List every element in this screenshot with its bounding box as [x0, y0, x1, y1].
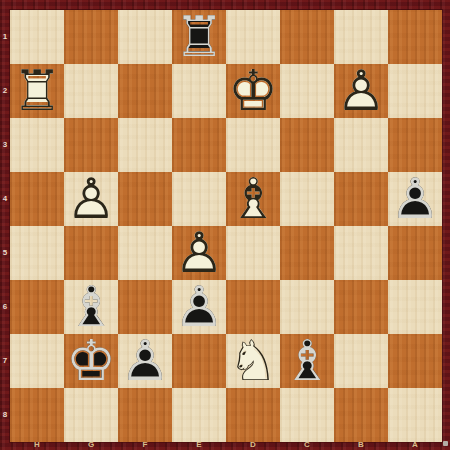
square-b3[interactable]: [334, 118, 388, 172]
square-b2[interactable]: ♟♙: [334, 64, 388, 118]
square-d2[interactable]: ♚♔: [226, 64, 280, 118]
square-g2[interactable]: [64, 64, 118, 118]
pawn-glyph-fill: ♟: [64, 172, 118, 226]
pawn-glyph-outline: ♙: [172, 226, 226, 280]
rook-glyph-outline: ♖: [172, 10, 226, 64]
square-e6[interactable]: ♟♙: [172, 280, 226, 334]
black-king-g7[interactable]: ♚♔: [64, 334, 118, 388]
square-g4[interactable]: ♟♙: [64, 172, 118, 226]
square-b4[interactable]: [334, 172, 388, 226]
square-h8[interactable]: [10, 388, 64, 442]
square-a5[interactable]: [388, 226, 442, 280]
square-e8[interactable]: [172, 388, 226, 442]
white-pawn-e5[interactable]: ♟♙: [172, 226, 226, 280]
square-a1[interactable]: [388, 10, 442, 64]
square-a8[interactable]: [388, 388, 442, 442]
file-label-d: D: [226, 441, 280, 450]
pawn-glyph-fill: ♟: [172, 280, 226, 334]
rank-label-4: 4: [0, 172, 10, 226]
file-label-c: C: [280, 441, 334, 450]
square-a6[interactable]: [388, 280, 442, 334]
white-bishop-d4[interactable]: ♝♗: [226, 172, 280, 226]
rook-glyph-fill: ♜: [172, 10, 226, 64]
square-b5[interactable]: [334, 226, 388, 280]
square-c2[interactable]: [280, 64, 334, 118]
square-f4[interactable]: [118, 172, 172, 226]
square-f1[interactable]: [118, 10, 172, 64]
square-f2[interactable]: [118, 64, 172, 118]
pawn-glyph-outline: ♙: [334, 64, 388, 118]
square-g5[interactable]: [64, 226, 118, 280]
square-h3[interactable]: [10, 118, 64, 172]
white-king-d2[interactable]: ♚♔: [226, 64, 280, 118]
square-b8[interactable]: [334, 388, 388, 442]
square-e1[interactable]: ♜♖: [172, 10, 226, 64]
rank-label-7: 7: [0, 334, 10, 388]
rank-label-3: 3: [0, 118, 10, 172]
file-label-e: E: [172, 441, 226, 450]
square-f5[interactable]: [118, 226, 172, 280]
square-g6[interactable]: ♝♗: [64, 280, 118, 334]
square-d1[interactable]: [226, 10, 280, 64]
rank-label-8: 8: [0, 388, 10, 442]
pawn-glyph-fill: ♟: [334, 64, 388, 118]
pawn-glyph-outline: ♙: [118, 334, 172, 388]
square-g8[interactable]: [64, 388, 118, 442]
king-glyph-outline: ♔: [226, 64, 280, 118]
square-h6[interactable]: [10, 280, 64, 334]
square-e4[interactable]: [172, 172, 226, 226]
square-f3[interactable]: [118, 118, 172, 172]
square-d6[interactable]: [226, 280, 280, 334]
square-f6[interactable]: [118, 280, 172, 334]
black-pawn-f7[interactable]: ♟♙: [118, 334, 172, 388]
bishop-glyph-fill: ♝: [64, 280, 118, 334]
corner-dot: [443, 441, 448, 446]
square-g3[interactable]: [64, 118, 118, 172]
square-b1[interactable]: [334, 10, 388, 64]
chess-board-frame: ♜♖♜♖♚♔♟♙♟♙♝♗♟♙♟♙♝♗♟♙♚♔♟♙♞♘♝♗ 12345678HGF…: [0, 0, 450, 450]
square-h2[interactable]: ♜♖: [10, 64, 64, 118]
bishop-glyph-fill: ♝: [280, 334, 334, 388]
bishop-glyph-outline: ♗: [226, 172, 280, 226]
square-f8[interactable]: [118, 388, 172, 442]
pawn-glyph-outline: ♙: [172, 280, 226, 334]
square-a3[interactable]: [388, 118, 442, 172]
square-a4[interactable]: ♟♙: [388, 172, 442, 226]
square-h7[interactable]: [10, 334, 64, 388]
square-d5[interactable]: [226, 226, 280, 280]
rook-glyph-outline: ♖: [10, 64, 64, 118]
square-h4[interactable]: [10, 172, 64, 226]
square-c7[interactable]: ♝♗: [280, 334, 334, 388]
rank-label-6: 6: [0, 280, 10, 334]
square-f7[interactable]: ♟♙: [118, 334, 172, 388]
square-e5[interactable]: ♟♙: [172, 226, 226, 280]
pawn-glyph-fill: ♟: [118, 334, 172, 388]
knight-glyph-outline: ♘: [226, 334, 280, 388]
bishop-glyph-fill: ♝: [226, 172, 280, 226]
pawn-glyph-outline: ♙: [64, 172, 118, 226]
square-c1[interactable]: [280, 10, 334, 64]
rank-label-5: 5: [0, 226, 10, 280]
rank-label-2: 2: [0, 64, 10, 118]
king-glyph-fill: ♚: [226, 64, 280, 118]
chess-board: ♜♖♜♖♚♔♟♙♟♙♝♗♟♙♟♙♝♗♟♙♚♔♟♙♞♘♝♗: [10, 10, 442, 442]
pawn-glyph-outline: ♙: [388, 172, 442, 226]
bishop-glyph-outline: ♗: [280, 334, 334, 388]
square-b6[interactable]: [334, 280, 388, 334]
white-knight-d7[interactable]: ♞♘: [226, 334, 280, 388]
square-d8[interactable]: [226, 388, 280, 442]
square-g1[interactable]: [64, 10, 118, 64]
square-h5[interactable]: [10, 226, 64, 280]
rank-label-1: 1: [0, 10, 10, 64]
black-pawn-e6[interactable]: ♟♙: [172, 280, 226, 334]
white-pawn-b2[interactable]: ♟♙: [334, 64, 388, 118]
bishop-glyph-outline: ♗: [64, 280, 118, 334]
king-glyph-fill: ♚: [64, 334, 118, 388]
square-c3[interactable]: [280, 118, 334, 172]
square-e3[interactable]: [172, 118, 226, 172]
file-label-f: F: [118, 441, 172, 450]
knight-glyph-fill: ♞: [226, 334, 280, 388]
square-c6[interactable]: [280, 280, 334, 334]
square-c5[interactable]: [280, 226, 334, 280]
file-label-a: A: [388, 441, 442, 450]
square-c8[interactable]: [280, 388, 334, 442]
square-b7[interactable]: [334, 334, 388, 388]
black-bishop-c7[interactable]: ♝♗: [280, 334, 334, 388]
square-d4[interactable]: ♝♗: [226, 172, 280, 226]
white-rook-h2[interactable]: ♜♖: [10, 64, 64, 118]
square-d3[interactable]: [226, 118, 280, 172]
square-e2[interactable]: [172, 64, 226, 118]
file-label-g: G: [64, 441, 118, 450]
square-e7[interactable]: [172, 334, 226, 388]
king-glyph-outline: ♔: [64, 334, 118, 388]
square-a7[interactable]: [388, 334, 442, 388]
pawn-glyph-fill: ♟: [388, 172, 442, 226]
black-pawn-a4[interactable]: ♟♙: [388, 172, 442, 226]
black-rook-e1[interactable]: ♜♖: [172, 10, 226, 64]
square-g7[interactable]: ♚♔: [64, 334, 118, 388]
square-a2[interactable]: [388, 64, 442, 118]
square-c4[interactable]: [280, 172, 334, 226]
rook-glyph-fill: ♜: [10, 64, 64, 118]
file-label-h: H: [10, 441, 64, 450]
square-h1[interactable]: [10, 10, 64, 64]
square-d7[interactable]: ♞♘: [226, 334, 280, 388]
pawn-glyph-fill: ♟: [172, 226, 226, 280]
file-label-b: B: [334, 441, 388, 450]
black-bishop-g6[interactable]: ♝♗: [64, 280, 118, 334]
white-pawn-g4[interactable]: ♟♙: [64, 172, 118, 226]
